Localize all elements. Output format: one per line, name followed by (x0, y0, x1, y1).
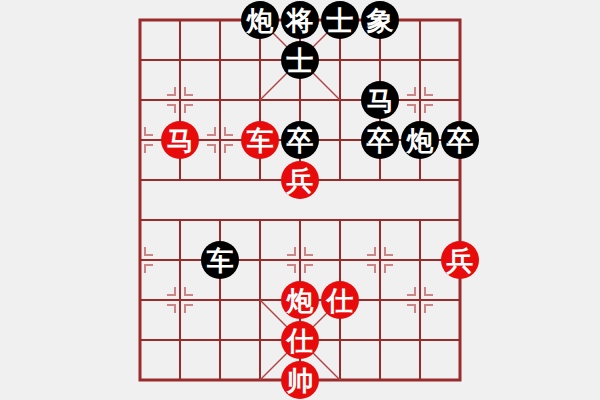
piece-black-soldier[interactable]: 卒 (281, 121, 319, 159)
piece-black-advisor[interactable]: 士 (321, 1, 359, 39)
piece-red-chariot[interactable]: 车 (241, 121, 279, 159)
piece-black-elephant[interactable]: 象 (361, 1, 399, 39)
piece-red-soldier[interactable]: 兵 (281, 161, 319, 199)
piece-red-horse[interactable]: 马 (161, 121, 199, 159)
piece-black-horse[interactable]: 马 (361, 81, 399, 119)
xiangqi-board: 炮将士象士马马车卒卒炮卒兵车兵炮仕仕帅 (0, 0, 600, 400)
piece-black-cannon[interactable]: 炮 (241, 1, 279, 39)
piece-red-general[interactable]: 帅 (281, 361, 319, 399)
piece-red-soldier[interactable]: 兵 (441, 241, 479, 279)
piece-red-cannon[interactable]: 炮 (281, 281, 319, 319)
piece-black-soldier[interactable]: 卒 (361, 121, 399, 159)
piece-black-general[interactable]: 将 (281, 1, 319, 39)
piece-black-soldier[interactable]: 卒 (441, 121, 479, 159)
piece-black-advisor[interactable]: 士 (281, 41, 319, 79)
piece-red-advisor[interactable]: 仕 (281, 321, 319, 359)
piece-black-cannon[interactable]: 炮 (401, 121, 439, 159)
piece-red-advisor[interactable]: 仕 (321, 281, 359, 319)
pieces-layer: 炮将士象士马马车卒卒炮卒兵车兵炮仕仕帅 (120, 0, 480, 400)
piece-black-chariot[interactable]: 车 (201, 241, 239, 279)
